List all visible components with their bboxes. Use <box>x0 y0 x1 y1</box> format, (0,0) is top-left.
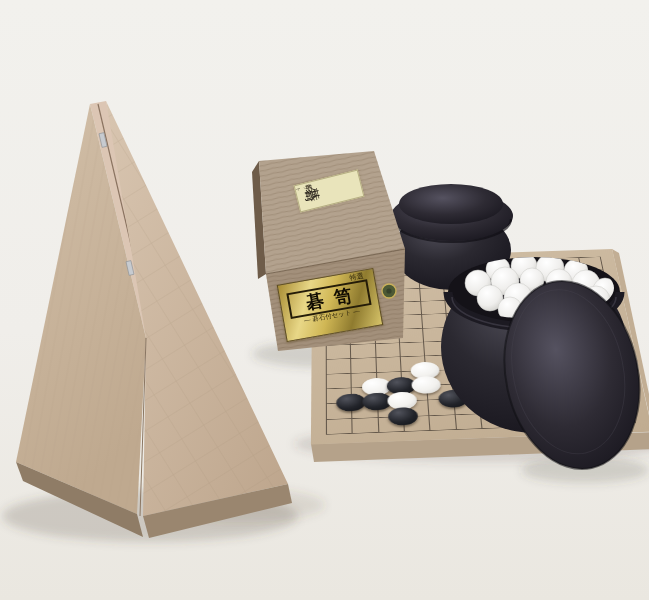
goban-cell <box>398 328 423 343</box>
panel-seam <box>140 338 146 516</box>
goban-cell <box>498 352 525 367</box>
floor-shadow <box>155 488 325 522</box>
goban-cell <box>569 336 596 351</box>
goban-cell <box>536 283 562 297</box>
goban-cell <box>397 301 422 315</box>
goban-cell <box>326 418 352 435</box>
goban-cell <box>471 325 497 340</box>
goban-cell <box>423 341 449 356</box>
goban-cell <box>583 282 609 296</box>
goban-cell <box>519 324 545 339</box>
goban-cell <box>574 364 601 379</box>
folding-goban-left-panel-grain <box>16 104 146 514</box>
goban-cell <box>352 417 378 434</box>
box-left-side <box>252 161 266 279</box>
goban-cell <box>326 373 351 389</box>
floor-shadow <box>521 457 649 483</box>
goban-cell <box>448 340 474 355</box>
folding-goban-right-panel <box>106 101 288 516</box>
goban-cell <box>502 381 529 397</box>
goban-cell <box>472 339 498 354</box>
goban-cell <box>511 271 536 285</box>
goban-cell <box>555 257 580 270</box>
product-photo-scene: 碁笥 碁石付セット 特選 碁笥 ― 碁石付セット ― <box>0 0 649 600</box>
box-top-label: 碁笥 碁石付セット <box>294 169 365 212</box>
goban-cell <box>374 329 399 344</box>
goban-cell <box>585 295 611 309</box>
goban-cell <box>493 311 519 325</box>
goban-cell <box>372 263 396 276</box>
folding-goban-fold-seam <box>98 104 152 334</box>
goban-cell <box>525 366 552 382</box>
goban-cell <box>495 325 521 340</box>
folding-goban-hinge-gap <box>90 101 158 338</box>
goban-cell <box>326 358 351 373</box>
goban-cell <box>543 323 569 338</box>
goban-cell <box>532 258 557 271</box>
goban-cell <box>552 379 580 395</box>
goban-cell <box>395 275 419 289</box>
goban-cell <box>534 271 559 284</box>
goban-cell <box>596 349 623 364</box>
goban-cell <box>527 380 554 396</box>
folding-goban-right-edge <box>143 484 292 538</box>
goban-cell <box>500 367 527 383</box>
goban-cell <box>538 296 564 310</box>
folding-goban-left-edge <box>16 462 143 537</box>
goban-cell <box>469 312 494 326</box>
goban-cell <box>562 295 588 309</box>
box-top-face <box>259 151 405 274</box>
box-top-label-text: 碁笥 <box>325 182 333 200</box>
closed-bowl-rim-shadow <box>393 219 511 242</box>
goban-cell <box>509 259 534 272</box>
goban-cell <box>444 299 469 313</box>
goban-cell <box>521 337 547 352</box>
folding-goban <box>16 101 292 538</box>
goban-cell <box>505 411 533 428</box>
goban-cell <box>475 368 502 384</box>
goban-cell <box>350 343 375 358</box>
goban-cell <box>503 396 530 412</box>
goban-cell <box>350 358 375 373</box>
folding-goban-right-panel-grid <box>106 101 288 516</box>
goban-cell <box>418 262 442 275</box>
goban-cell <box>513 284 538 298</box>
goban-cell <box>478 397 505 413</box>
goban-cell <box>571 350 598 365</box>
goban-cell <box>588 308 615 322</box>
goban-cell <box>474 353 500 368</box>
goban-cell <box>375 357 400 372</box>
box-top-face-grain <box>259 151 405 274</box>
goban-cell <box>441 261 465 274</box>
goban-cell <box>395 263 419 276</box>
goban-cell <box>350 330 375 345</box>
goban-cell <box>590 321 617 336</box>
goban-cell <box>449 354 475 369</box>
floor-shadow <box>2 490 298 542</box>
goban-cell <box>398 314 423 328</box>
goban-cell <box>564 309 590 323</box>
goban-cell <box>486 260 511 273</box>
goban-cell <box>576 379 604 395</box>
goban-cell <box>496 338 522 353</box>
goban-cell <box>604 393 632 409</box>
goban-cell <box>480 412 507 429</box>
goban-cell <box>554 394 582 410</box>
goban-cell <box>464 260 488 273</box>
goban-cell <box>556 410 584 426</box>
folding-goban-left-panel <box>16 104 146 514</box>
goban-cell <box>560 282 586 296</box>
goban-cell <box>421 313 446 327</box>
goban-cell <box>491 298 516 312</box>
goban-cell <box>429 414 456 431</box>
goban-cell <box>557 270 582 283</box>
goban-cell <box>443 286 468 300</box>
goban-cell <box>375 343 400 358</box>
goban-cell <box>531 410 559 426</box>
goban-cell <box>326 344 351 359</box>
goban-cell <box>566 322 593 337</box>
hinge-icon <box>126 261 134 276</box>
goban-cell <box>529 395 557 411</box>
goban-cell <box>419 274 443 288</box>
goban-cell <box>445 313 470 327</box>
goban-cell <box>547 351 574 366</box>
goban-cell <box>601 378 629 394</box>
goban-cell <box>450 368 476 384</box>
goban-cell <box>488 272 513 286</box>
goban-cell <box>446 326 472 341</box>
goban-cell <box>465 273 490 287</box>
goban-cell <box>517 310 543 324</box>
goban-cell <box>490 285 515 299</box>
goban-cell <box>420 287 445 301</box>
goban-cell <box>593 335 620 350</box>
goban-cell <box>580 269 606 282</box>
closed-bowl-lid-top <box>399 184 503 224</box>
goban-cell <box>549 365 576 380</box>
box-top-label-side-text: 碁石付セット <box>298 182 316 192</box>
goban-cell <box>582 409 610 425</box>
goban-cell <box>422 327 447 342</box>
goban-cell <box>579 393 607 409</box>
goban-cell <box>545 337 572 352</box>
goban-cell <box>578 257 603 270</box>
closed-bowl-lid-rim <box>391 191 513 241</box>
goban-cell <box>420 300 445 314</box>
goban-cell <box>466 286 491 300</box>
hinge-icon <box>99 133 107 148</box>
goban-cell <box>442 274 467 288</box>
goban-cell <box>522 351 549 366</box>
goban-cell <box>477 382 504 398</box>
goban-cell <box>607 408 636 424</box>
goban-cell <box>454 413 481 430</box>
goban-cell <box>515 297 541 311</box>
goban-cell <box>540 309 566 323</box>
goban-cell <box>599 363 627 378</box>
goban-cell <box>399 342 424 357</box>
goban-cell <box>468 299 493 313</box>
goban-cell <box>396 288 420 302</box>
